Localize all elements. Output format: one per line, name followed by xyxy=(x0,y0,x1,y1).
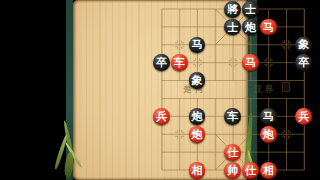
piece-black-chariot[interactable]: 车 xyxy=(224,108,241,125)
piece-glyph: 兵 xyxy=(156,111,167,122)
board-inner: 楚河 汉界 將士士炮马马象卒车马卒象兵炮车马兵炮炮仕相帅仕相 xyxy=(153,0,313,179)
piece-glyph: 马 xyxy=(263,111,274,122)
piece-red-cannon[interactable]: 炮 xyxy=(260,126,277,143)
piece-black-advisor[interactable]: 士 xyxy=(242,1,259,18)
piece-black-pawn[interactable]: 卒 xyxy=(295,54,312,71)
piece-glyph: 车 xyxy=(227,111,238,122)
piece-black-horse[interactable]: 马 xyxy=(260,108,277,125)
piece-black-elephant[interactable]: 象 xyxy=(189,72,206,89)
piece-black-pawn[interactable]: 卒 xyxy=(153,54,170,71)
piece-red-pawn[interactable]: 兵 xyxy=(295,108,312,125)
piece-glyph: 马 xyxy=(263,21,274,32)
piece-glyph: 兵 xyxy=(298,111,309,122)
plant-decoration-left xyxy=(52,118,84,180)
piece-glyph: 士 xyxy=(227,21,238,32)
piece-red-advisor[interactable]: 仕 xyxy=(224,144,241,161)
piece-red-chariot[interactable]: 车 xyxy=(171,54,188,71)
piece-red-horse[interactable]: 马 xyxy=(260,19,277,36)
piece-glyph: 象 xyxy=(192,75,203,86)
piece-glyph: 炮 xyxy=(192,111,203,122)
piece-black-advisor[interactable]: 士 xyxy=(224,19,241,36)
piece-glyph: 卒 xyxy=(156,57,167,68)
piece-red-elephant[interactable]: 相 xyxy=(260,162,277,179)
piece-glyph: 卒 xyxy=(298,57,309,68)
piece-glyph: 炮 xyxy=(192,128,203,139)
piece-glyph: 帅 xyxy=(227,164,238,175)
piece-red-elephant[interactable]: 相 xyxy=(189,162,206,179)
piece-glyph: 马 xyxy=(245,57,256,68)
piece-glyph: 象 xyxy=(298,39,309,50)
piece-glyph: 炮 xyxy=(263,128,274,139)
piece-glyph: 仕 xyxy=(227,146,238,157)
piece-glyph: 將 xyxy=(227,3,238,14)
piece-glyph: 车 xyxy=(174,57,185,68)
leaf-icon xyxy=(64,152,75,179)
piece-glyph: 仕 xyxy=(245,164,256,175)
piece-glyph: 相 xyxy=(263,164,274,175)
piece-red-cannon[interactable]: 炮 xyxy=(189,126,206,143)
xiangqi-board: 楚河 汉界 將士士炮马马象卒车马卒象兵炮车马兵炮炮仕相帅仕相 xyxy=(73,0,248,180)
piece-black-general[interactable]: 將 xyxy=(224,1,241,18)
piece-black-horse[interactable]: 马 xyxy=(189,37,206,54)
piece-black-cannon[interactable]: 炮 xyxy=(189,108,206,125)
piece-red-advisor[interactable]: 仕 xyxy=(242,162,259,179)
piece-red-pawn[interactable]: 兵 xyxy=(153,108,170,125)
piece-glyph: 士 xyxy=(245,3,256,14)
piece-glyph: 相 xyxy=(192,164,203,175)
piece-glyph: 马 xyxy=(192,39,203,50)
piece-glyph: 炮 xyxy=(245,21,256,32)
game-stage: 楚河 汉界 將士士炮马马象卒车马卒象兵炮车马兵炮炮仕相帅仕相 xyxy=(0,0,320,180)
piece-black-cannon[interactable]: 炮 xyxy=(242,19,259,36)
piece-red-horse[interactable]: 马 xyxy=(242,54,259,71)
piece-red-general[interactable]: 帅 xyxy=(224,162,241,179)
piece-black-elephant[interactable]: 象 xyxy=(295,37,312,54)
piece-grid[interactable]: 將士士炮马马象卒车马卒象兵炮车马兵炮炮仕相帅仕相 xyxy=(153,0,313,179)
